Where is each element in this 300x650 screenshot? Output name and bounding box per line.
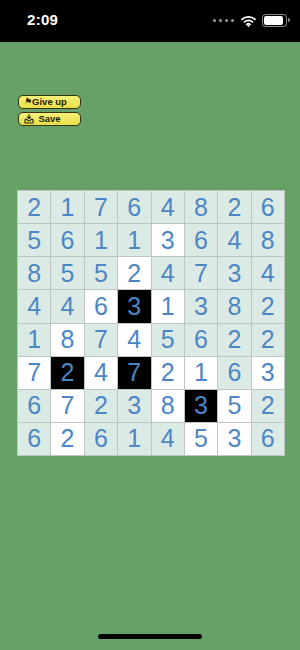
flag-icon: ⚑ (24, 98, 32, 107)
grid-cell-r7c2[interactable]: 7 (51, 390, 83, 422)
wifi-icon (240, 15, 257, 27)
grid-cell-r3c5[interactable]: 4 (152, 257, 184, 289)
grid-cell-r3c1[interactable]: 8 (18, 257, 50, 289)
grid-cell-r6c6[interactable]: 1 (185, 357, 217, 389)
save-label: Save (38, 114, 60, 124)
grid-cell-r8c5[interactable]: 4 (152, 423, 184, 455)
grid-cell-r6c5[interactable]: 2 (152, 357, 184, 389)
grid-cell-r4c2[interactable]: 4 (51, 290, 83, 322)
grid-cell-r7c5[interactable]: 8 (152, 390, 184, 422)
grid-cell-r3c7[interactable]: 3 (218, 257, 250, 289)
status-icons (213, 14, 287, 27)
grid-cell-r7c8[interactable]: 2 (252, 390, 284, 422)
grid-cell-r4c5[interactable]: 1 (152, 290, 184, 322)
grid-cell-r7c4[interactable]: 3 (118, 390, 150, 422)
grid-cell-r8c2[interactable]: 2 (51, 423, 83, 455)
grid-cell-r1c6[interactable]: 8 (185, 191, 217, 223)
grid-cell-r2c2[interactable]: 6 (51, 224, 83, 256)
grid-cell-r6c1[interactable]: 7 (18, 357, 50, 389)
grid-cell-r7c1[interactable]: 6 (18, 390, 50, 422)
save-button[interactable]: Save (18, 112, 81, 126)
grid-cell-r8c4[interactable]: 1 (118, 423, 150, 455)
grid-cell-r1c1[interactable]: 2 (18, 191, 50, 223)
grid-cell-r1c8[interactable]: 6 (252, 191, 284, 223)
grid-cell-r7c3[interactable]: 2 (85, 390, 117, 422)
app-screen: 2:09 ⚑ Give up Save 2176482656113648 (0, 0, 300, 650)
grid-cell-r3c8[interactable]: 4 (252, 257, 284, 289)
grid-cell-r7c7[interactable]: 5 (218, 390, 250, 422)
grid-cell-r6c7[interactable]: 6 (218, 357, 250, 389)
grid-cell-r3c6[interactable]: 7 (185, 257, 217, 289)
save-icon (24, 114, 34, 124)
grid-cell-r2c3[interactable]: 1 (85, 224, 117, 256)
grid-cell-r4c4[interactable]: 3 (118, 290, 150, 322)
grid-cell-r4c7[interactable]: 8 (218, 290, 250, 322)
status-time: 2:09 (27, 11, 58, 28)
give-up-label: Give up (32, 97, 67, 107)
grid-cell-r8c3[interactable]: 6 (85, 423, 117, 455)
grid-cell-r5c8[interactable]: 2 (252, 324, 284, 356)
battery-icon (262, 14, 287, 27)
grid-cell-r5c5[interactable]: 5 (152, 324, 184, 356)
grid-cell-r5c2[interactable]: 8 (51, 324, 83, 356)
grid-cell-r3c4[interactable]: 2 (118, 257, 150, 289)
grid-cell-r5c7[interactable]: 2 (218, 324, 250, 356)
grid-cell-r8c6[interactable]: 5 (185, 423, 217, 455)
give-up-button[interactable]: ⚑ Give up (18, 95, 81, 109)
grid-cell-r5c6[interactable]: 6 (185, 324, 217, 356)
grid-cell-r4c6[interactable]: 3 (185, 290, 217, 322)
grid-cell-r7c6[interactable]: 3 (185, 390, 217, 422)
grid-cell-r5c1[interactable]: 1 (18, 324, 50, 356)
grid-cell-r5c4[interactable]: 4 (118, 324, 150, 356)
grid-cell-r2c8[interactable]: 8 (252, 224, 284, 256)
grid-cell-r1c3[interactable]: 7 (85, 191, 117, 223)
grid-cell-r4c1[interactable]: 4 (18, 290, 50, 322)
grid-cell-r8c7[interactable]: 3 (218, 423, 250, 455)
grid-cell-r2c4[interactable]: 1 (118, 224, 150, 256)
puzzle-grid: 2176482656113648855247344463138218745622… (17, 190, 285, 456)
home-indicator[interactable] (98, 634, 202, 639)
cellular-signal-icon (213, 19, 234, 22)
grid-cell-r6c2[interactable]: 2 (51, 357, 83, 389)
grid-cell-r1c7[interactable]: 2 (218, 191, 250, 223)
grid-cell-r4c3[interactable]: 6 (85, 290, 117, 322)
grid-cell-r3c2[interactable]: 5 (51, 257, 83, 289)
grid-cell-r1c5[interactable]: 4 (152, 191, 184, 223)
grid-cell-r6c3[interactable]: 4 (85, 357, 117, 389)
grid-cell-r2c5[interactable]: 3 (152, 224, 184, 256)
grid-cell-r2c1[interactable]: 5 (18, 224, 50, 256)
grid-cell-r2c7[interactable]: 4 (218, 224, 250, 256)
grid-cell-r8c1[interactable]: 6 (18, 423, 50, 455)
grid-cell-r1c2[interactable]: 1 (51, 191, 83, 223)
grid-cell-r6c4[interactable]: 7 (118, 357, 150, 389)
grid-cell-r5c3[interactable]: 7 (85, 324, 117, 356)
grid-cell-r6c8[interactable]: 3 (252, 357, 284, 389)
grid-cell-r3c3[interactable]: 5 (85, 257, 117, 289)
grid-cell-r4c8[interactable]: 2 (252, 290, 284, 322)
grid-cell-r8c8[interactable]: 6 (252, 423, 284, 455)
grid-cell-r2c6[interactable]: 6 (185, 224, 217, 256)
status-bar: 2:09 (0, 0, 300, 42)
grid-cell-r1c4[interactable]: 6 (118, 191, 150, 223)
